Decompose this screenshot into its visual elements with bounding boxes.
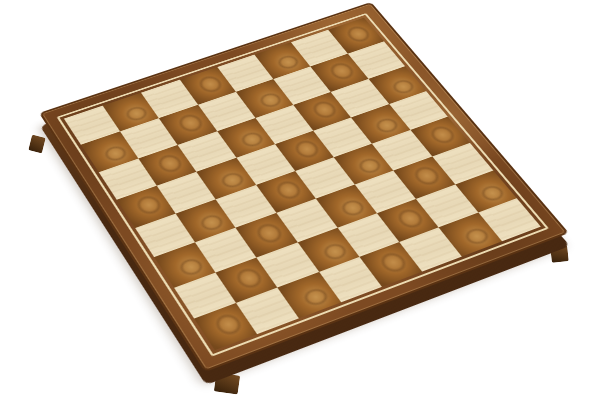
chess-board [39,2,569,372]
product-photo-canvas [0,0,600,400]
board-field [64,18,541,351]
inlay-border [57,13,550,357]
board-foot-left [28,135,45,154]
